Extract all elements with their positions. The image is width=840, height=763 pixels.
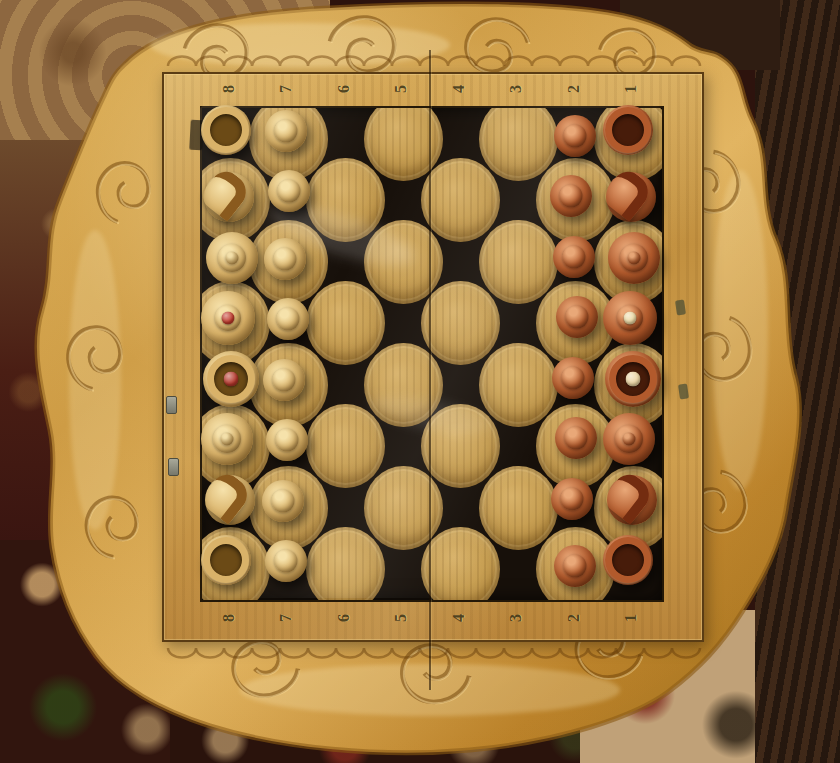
- hinge: [168, 458, 179, 476]
- piece-finial: [223, 371, 238, 386]
- rank-label: 1: [622, 614, 640, 622]
- square-r7c3[interactable]: [373, 537, 431, 599]
- rank-label: 5: [392, 85, 410, 93]
- piece-finial: [626, 371, 641, 386]
- square-r3c2[interactable]: [315, 291, 373, 353]
- piece-turning: [605, 537, 651, 583]
- square-r2c2[interactable]: [315, 229, 373, 291]
- square-r6c2[interactable]: [315, 475, 373, 537]
- square-r0c2[interactable]: [315, 106, 373, 168]
- square-r5c2[interactable]: [315, 414, 373, 476]
- square-r1c5[interactable]: [488, 168, 546, 230]
- rank-label: 1: [622, 85, 640, 93]
- piece-finial: [624, 312, 637, 325]
- piece-turning: [273, 368, 296, 391]
- square-r1c2[interactable]: [315, 168, 373, 230]
- square-r2c4[interactable]: [430, 229, 488, 291]
- piece-turning: [203, 107, 249, 153]
- piece-turning: [277, 308, 300, 331]
- rank-label: 4: [450, 614, 468, 622]
- square-r5c4[interactable]: [430, 414, 488, 476]
- square-r3c5[interactable]: [488, 291, 546, 353]
- rank-label: 2: [565, 614, 583, 622]
- square-r1c3[interactable]: [373, 168, 431, 230]
- rank-label: 6: [335, 614, 353, 622]
- piece-turning: [272, 489, 295, 512]
- piece-turning: [275, 119, 298, 142]
- square-r5c3[interactable]: [373, 414, 431, 476]
- square-r0c4[interactable]: [430, 106, 488, 168]
- square-r2c5[interactable]: [488, 229, 546, 291]
- rank-label: 8: [220, 85, 238, 93]
- square-r2c3[interactable]: [373, 229, 431, 291]
- scene: 8765432187654321: [0, 0, 840, 763]
- rank-label: 6: [335, 85, 353, 93]
- rank-label: 7: [277, 614, 295, 622]
- piece-turning: [560, 487, 583, 510]
- piece-turning: [563, 555, 586, 578]
- square-r5c5[interactable]: [488, 414, 546, 476]
- piece-turning: [276, 429, 299, 452]
- frame-mark: [675, 299, 686, 315]
- square-r7c5[interactable]: [488, 537, 546, 599]
- piece-turning: [559, 185, 582, 208]
- square-r4c4[interactable]: [430, 352, 488, 414]
- piece-turning: [563, 124, 586, 147]
- square-r3c3[interactable]: [373, 291, 431, 353]
- piece-turning: [623, 433, 636, 446]
- rank-label: 4: [450, 85, 468, 93]
- piece-turning: [561, 366, 584, 389]
- square-r1c4[interactable]: [430, 168, 488, 230]
- square-r6c5[interactable]: [488, 475, 546, 537]
- square-r7c4[interactable]: [430, 537, 488, 599]
- piece-turning: [562, 245, 585, 268]
- rank-label: 3: [507, 614, 525, 622]
- rank-label: 7: [277, 85, 295, 93]
- piece-turning: [220, 433, 233, 446]
- piece-turning: [565, 306, 588, 329]
- square-r4c3[interactable]: [373, 352, 431, 414]
- piece-turning: [203, 537, 249, 583]
- frame-mark: [678, 383, 689, 399]
- square-r4c2[interactable]: [315, 352, 373, 414]
- square-r6c3[interactable]: [373, 475, 431, 537]
- square-r0c3[interactable]: [373, 106, 431, 168]
- piece-turning: [564, 427, 587, 450]
- piece-turning: [275, 550, 298, 573]
- rank-label: 5: [392, 614, 410, 622]
- square-r7c2[interactable]: [315, 537, 373, 599]
- piece-turning: [225, 251, 238, 264]
- piece-turning: [605, 107, 651, 153]
- square-r3c4[interactable]: [430, 291, 488, 353]
- square-r6c4[interactable]: [430, 475, 488, 537]
- rank-label: 8: [220, 614, 238, 622]
- square-r4c5[interactable]: [488, 352, 546, 414]
- piece-turning: [278, 180, 301, 203]
- piece-turning: [274, 247, 297, 270]
- piece-finial: [221, 312, 234, 325]
- square-r0c5[interactable]: [488, 106, 546, 168]
- rank-label: 3: [507, 85, 525, 93]
- piece-turning: [628, 251, 641, 264]
- rank-label: 2: [565, 85, 583, 93]
- hinge: [166, 396, 177, 414]
